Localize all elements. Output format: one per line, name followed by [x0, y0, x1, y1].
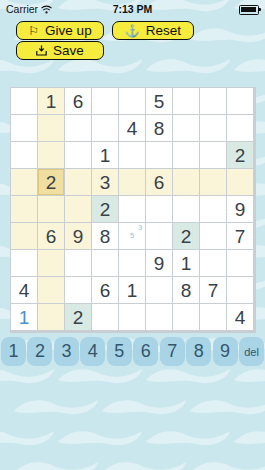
cell-r4c1[interactable]	[11, 169, 37, 195]
cell-r1c3[interactable]: 6	[65, 88, 91, 114]
cell-r4c3[interactable]	[65, 169, 91, 195]
cell-r9c7[interactable]	[173, 304, 199, 330]
cell-r9c8[interactable]	[200, 304, 226, 330]
save-button[interactable]: Save	[16, 41, 104, 60]
cell-r6c6[interactable]	[146, 223, 172, 249]
cell-r5c4[interactable]: 2	[92, 196, 118, 222]
cell-r5c8[interactable]	[200, 196, 226, 222]
cell-r3c9[interactable]: 2	[227, 142, 253, 168]
cell-r1c7[interactable]	[173, 88, 199, 114]
digit-6-button[interactable]: 6	[133, 337, 158, 366]
digit-3-button[interactable]: 3	[54, 337, 79, 366]
digit-2-button[interactable]: 2	[27, 337, 52, 366]
cell-r7c5[interactable]	[119, 250, 145, 276]
save-label: Save	[53, 43, 84, 58]
cell-r6c3[interactable]: 9	[65, 223, 91, 249]
cell-r3c8[interactable]	[200, 142, 226, 168]
cell-r5c3[interactable]	[65, 196, 91, 222]
cell-r2c4[interactable]	[92, 115, 118, 141]
cell-r8c6[interactable]	[146, 277, 172, 303]
cell-r5c9[interactable]: 9	[227, 196, 253, 222]
cell-r9c6[interactable]	[146, 304, 172, 330]
cell-r3c2[interactable]	[38, 142, 64, 168]
anchor-icon: ⚓	[125, 25, 140, 37]
cell-r2c2[interactable]	[38, 115, 64, 141]
reset-label: Reset	[146, 23, 181, 38]
cell-r5c7[interactable]	[173, 196, 199, 222]
cell-r7c9[interactable]	[227, 250, 253, 276]
cell-r6c7[interactable]: 2	[173, 223, 199, 249]
cell-r9c3[interactable]: 2	[65, 304, 91, 330]
digit-9-button[interactable]: 9	[213, 337, 238, 366]
cell-r7c3[interactable]	[65, 250, 91, 276]
clock: 7:13 PM	[0, 3, 265, 15]
cell-r2c6[interactable]: 8	[146, 115, 172, 141]
cell-r9c4[interactable]	[92, 304, 118, 330]
cell-r1c4[interactable]	[92, 88, 118, 114]
give-up-button[interactable]: ⚐ Give up	[16, 21, 104, 40]
digit-7-button[interactable]: 7	[160, 337, 185, 366]
cell-r7c8[interactable]	[200, 250, 226, 276]
cell-r2c7[interactable]	[173, 115, 199, 141]
cell-r5c5[interactable]	[119, 196, 145, 222]
cell-r2c3[interactable]	[65, 115, 91, 141]
sudoku-board: 16548122362969835279146187124	[10, 87, 256, 333]
sudoku-app-screen: Carrier 7:13 PM ⚐ Give up ⚓ Reset Save 1…	[0, 0, 265, 470]
cell-r1c1[interactable]	[11, 88, 37, 114]
cell-r8c3[interactable]	[65, 277, 91, 303]
cell-r8c4[interactable]: 6	[92, 277, 118, 303]
cell-r4c4[interactable]: 3	[92, 169, 118, 195]
cell-r6c5[interactable]: 35	[119, 223, 145, 249]
cell-r2c8[interactable]	[200, 115, 226, 141]
cell-r4c8[interactable]	[200, 169, 226, 195]
cell-r3c1[interactable]	[11, 142, 37, 168]
cell-r7c2[interactable]	[38, 250, 64, 276]
cell-r7c6[interactable]: 9	[146, 250, 172, 276]
status-bar: Carrier 7:13 PM	[0, 0, 265, 18]
digit-1-button[interactable]: 1	[1, 337, 26, 366]
cell-r8c1[interactable]: 4	[11, 277, 37, 303]
cell-r9c9[interactable]: 4	[227, 304, 253, 330]
cell-r7c4[interactable]	[92, 250, 118, 276]
cell-r8c8[interactable]: 7	[200, 277, 226, 303]
reset-button[interactable]: ⚓ Reset	[112, 21, 194, 40]
cell-r7c1[interactable]	[11, 250, 37, 276]
give-up-label: Give up	[45, 23, 92, 38]
cell-r2c9[interactable]	[227, 115, 253, 141]
cell-r5c2[interactable]	[38, 196, 64, 222]
cell-r4c2[interactable]: 2	[38, 169, 64, 195]
digit-4-button[interactable]: 4	[80, 337, 105, 366]
cell-r6c8[interactable]	[200, 223, 226, 249]
cell-r6c1[interactable]	[11, 223, 37, 249]
save-tray-icon	[36, 45, 47, 56]
cell-r4c7[interactable]	[173, 169, 199, 195]
cell-r2c5[interactable]: 4	[119, 115, 145, 141]
cell-r9c2[interactable]	[38, 304, 64, 330]
cell-r6c9[interactable]: 7	[227, 223, 253, 249]
cell-r7c7[interactable]: 1	[173, 250, 199, 276]
cell-r5c1[interactable]	[11, 196, 37, 222]
cell-r3c4[interactable]: 1	[92, 142, 118, 168]
flag-icon: ⚐	[28, 25, 39, 37]
digit-8-button[interactable]: 8	[186, 337, 211, 366]
cell-r3c7[interactable]	[173, 142, 199, 168]
cell-r8c5[interactable]: 1	[119, 277, 145, 303]
delete-button[interactable]: del	[239, 337, 264, 366]
cell-r8c9[interactable]	[227, 277, 253, 303]
cell-r8c7[interactable]: 8	[173, 277, 199, 303]
cell-r1c8[interactable]	[200, 88, 226, 114]
cell-r3c6[interactable]	[146, 142, 172, 168]
cell-r6c2[interactable]: 6	[38, 223, 64, 249]
number-pad: 123456789del	[1, 337, 264, 366]
cell-r4c5[interactable]	[119, 169, 145, 195]
cell-r9c1[interactable]: 1	[11, 304, 37, 330]
cell-r6c4[interactable]: 8	[92, 223, 118, 249]
cell-r1c9[interactable]	[227, 88, 253, 114]
cell-r1c6[interactable]: 5	[146, 88, 172, 114]
pencil-marks: 35	[120, 224, 144, 248]
cell-r4c6[interactable]: 6	[146, 169, 172, 195]
cell-r8c2[interactable]	[38, 277, 64, 303]
cell-r1c5[interactable]	[119, 88, 145, 114]
cell-r3c5[interactable]	[119, 142, 145, 168]
digit-5-button[interactable]: 5	[107, 337, 132, 366]
cell-r2c1[interactable]	[11, 115, 37, 141]
battery-full-icon	[239, 5, 259, 15]
cell-r9c5[interactable]	[119, 304, 145, 330]
cell-r3c3[interactable]	[65, 142, 91, 168]
cell-r5c6[interactable]	[146, 196, 172, 222]
cell-r1c2[interactable]: 1	[38, 88, 64, 114]
cell-r4c9[interactable]	[227, 169, 253, 195]
